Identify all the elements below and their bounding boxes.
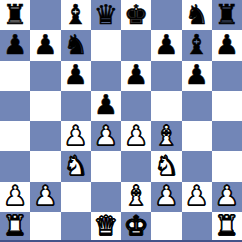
- square-d2[interactable]: [91, 182, 121, 212]
- square-e4[interactable]: ♟: [121, 121, 151, 151]
- white-pawn[interactable]: ♟: [154, 182, 178, 209]
- square-d4[interactable]: ♟: [91, 121, 121, 151]
- white-king[interactable]: ♚: [124, 212, 148, 239]
- square-f6[interactable]: [151, 61, 181, 91]
- white-bishop[interactable]: ♝: [154, 122, 178, 149]
- white-knight[interactable]: ♞: [154, 152, 178, 179]
- square-f4[interactable]: ♝: [151, 121, 181, 151]
- square-c4[interactable]: ♟: [61, 121, 91, 151]
- square-e7[interactable]: [121, 30, 151, 60]
- white-pawn[interactable]: ♟: [124, 122, 148, 149]
- square-f5[interactable]: [151, 91, 181, 121]
- square-e3[interactable]: [121, 151, 151, 181]
- square-g1[interactable]: [182, 212, 212, 242]
- square-e5[interactable]: [121, 91, 151, 121]
- black-pawn[interactable]: ♟: [94, 91, 118, 118]
- square-a3[interactable]: [0, 151, 30, 181]
- white-rook[interactable]: ♜: [215, 212, 239, 239]
- square-d3[interactable]: [91, 151, 121, 181]
- black-pawn[interactable]: ♟: [64, 61, 88, 88]
- white-pawn[interactable]: ♟: [215, 182, 239, 209]
- square-e2[interactable]: ♝: [121, 182, 151, 212]
- square-b1[interactable]: [30, 212, 60, 242]
- white-rook[interactable]: ♜: [3, 212, 27, 239]
- black-pawn[interactable]: ♟: [3, 31, 27, 58]
- black-rook[interactable]: ♜: [3, 1, 27, 28]
- square-e6[interactable]: ♟: [121, 61, 151, 91]
- square-d5[interactable]: ♟: [91, 91, 121, 121]
- square-c1[interactable]: [61, 212, 91, 242]
- square-a6[interactable]: [0, 61, 30, 91]
- white-pawn[interactable]: ♟: [185, 182, 209, 209]
- square-g5[interactable]: [182, 91, 212, 121]
- square-c8[interactable]: ♝: [61, 0, 91, 30]
- square-c2[interactable]: [61, 182, 91, 212]
- square-g7[interactable]: ♝: [182, 30, 212, 60]
- square-h4[interactable]: [212, 121, 242, 151]
- square-h5[interactable]: [212, 91, 242, 121]
- square-h8[interactable]: ♜: [212, 0, 242, 30]
- black-pawn[interactable]: ♟: [124, 61, 148, 88]
- square-g8[interactable]: ♞: [182, 0, 212, 30]
- black-knight[interactable]: ♞: [64, 31, 88, 58]
- black-bishop[interactable]: ♝: [185, 31, 209, 58]
- square-g4[interactable]: [182, 121, 212, 151]
- square-d8[interactable]: ♛: [91, 0, 121, 30]
- square-f3[interactable]: ♞: [151, 151, 181, 181]
- white-pawn[interactable]: ♟: [94, 122, 118, 149]
- square-f1[interactable]: [151, 212, 181, 242]
- square-f8[interactable]: [151, 0, 181, 30]
- square-a1[interactable]: ♜: [0, 212, 30, 242]
- square-c7[interactable]: ♞: [61, 30, 91, 60]
- black-pawn[interactable]: ♟: [33, 31, 57, 58]
- square-h2[interactable]: ♟: [212, 182, 242, 212]
- white-pawn[interactable]: ♟: [64, 122, 88, 149]
- chess-board-container: ♜♝♛♚♞♜♟♟♞♟♝♟♟♟♟♟♟♟♟♝♞♞♟♟♝♟♟♟♜♛♚♜: [0, 0, 242, 242]
- square-b7[interactable]: ♟: [30, 30, 60, 60]
- square-d1[interactable]: ♛: [91, 212, 121, 242]
- square-e8[interactable]: ♚: [121, 0, 151, 30]
- square-d6[interactable]: [91, 61, 121, 91]
- square-c3[interactable]: ♞: [61, 151, 91, 181]
- white-pawn[interactable]: ♟: [33, 182, 57, 209]
- black-bishop[interactable]: ♝: [64, 1, 88, 28]
- square-b8[interactable]: [30, 0, 60, 30]
- square-d7[interactable]: [91, 30, 121, 60]
- square-b6[interactable]: [30, 61, 60, 91]
- square-f7[interactable]: ♟: [151, 30, 181, 60]
- white-bishop[interactable]: ♝: [124, 182, 148, 209]
- square-g6[interactable]: ♟: [182, 61, 212, 91]
- square-h7[interactable]: ♟: [212, 30, 242, 60]
- black-queen[interactable]: ♛: [94, 1, 118, 28]
- square-a7[interactable]: ♟: [0, 30, 30, 60]
- black-pawn[interactable]: ♟: [215, 31, 239, 58]
- square-a2[interactable]: ♟: [0, 182, 30, 212]
- black-king[interactable]: ♚: [124, 1, 148, 28]
- square-g2[interactable]: ♟: [182, 182, 212, 212]
- black-pawn[interactable]: ♟: [185, 61, 209, 88]
- white-knight[interactable]: ♞: [64, 152, 88, 179]
- square-h6[interactable]: [212, 61, 242, 91]
- white-pawn[interactable]: ♟: [3, 182, 27, 209]
- square-b2[interactable]: ♟: [30, 182, 60, 212]
- square-a4[interactable]: [0, 121, 30, 151]
- black-knight[interactable]: ♞: [185, 1, 209, 28]
- square-c6[interactable]: ♟: [61, 61, 91, 91]
- square-a8[interactable]: ♜: [0, 0, 30, 30]
- square-g3[interactable]: [182, 151, 212, 181]
- square-b4[interactable]: [30, 121, 60, 151]
- square-a5[interactable]: [0, 91, 30, 121]
- chess-board: ♜♝♛♚♞♜♟♟♞♟♝♟♟♟♟♟♟♟♟♝♞♞♟♟♝♟♟♟♜♛♚♜: [0, 0, 242, 242]
- square-c5[interactable]: [61, 91, 91, 121]
- black-pawn[interactable]: ♟: [154, 31, 178, 58]
- black-rook[interactable]: ♜: [215, 1, 239, 28]
- square-b5[interactable]: [30, 91, 60, 121]
- square-h1[interactable]: ♜: [212, 212, 242, 242]
- square-e1[interactable]: ♚: [121, 212, 151, 242]
- square-f2[interactable]: ♟: [151, 182, 181, 212]
- square-b3[interactable]: [30, 151, 60, 181]
- white-queen[interactable]: ♛: [94, 212, 118, 239]
- square-h3[interactable]: [212, 151, 242, 181]
